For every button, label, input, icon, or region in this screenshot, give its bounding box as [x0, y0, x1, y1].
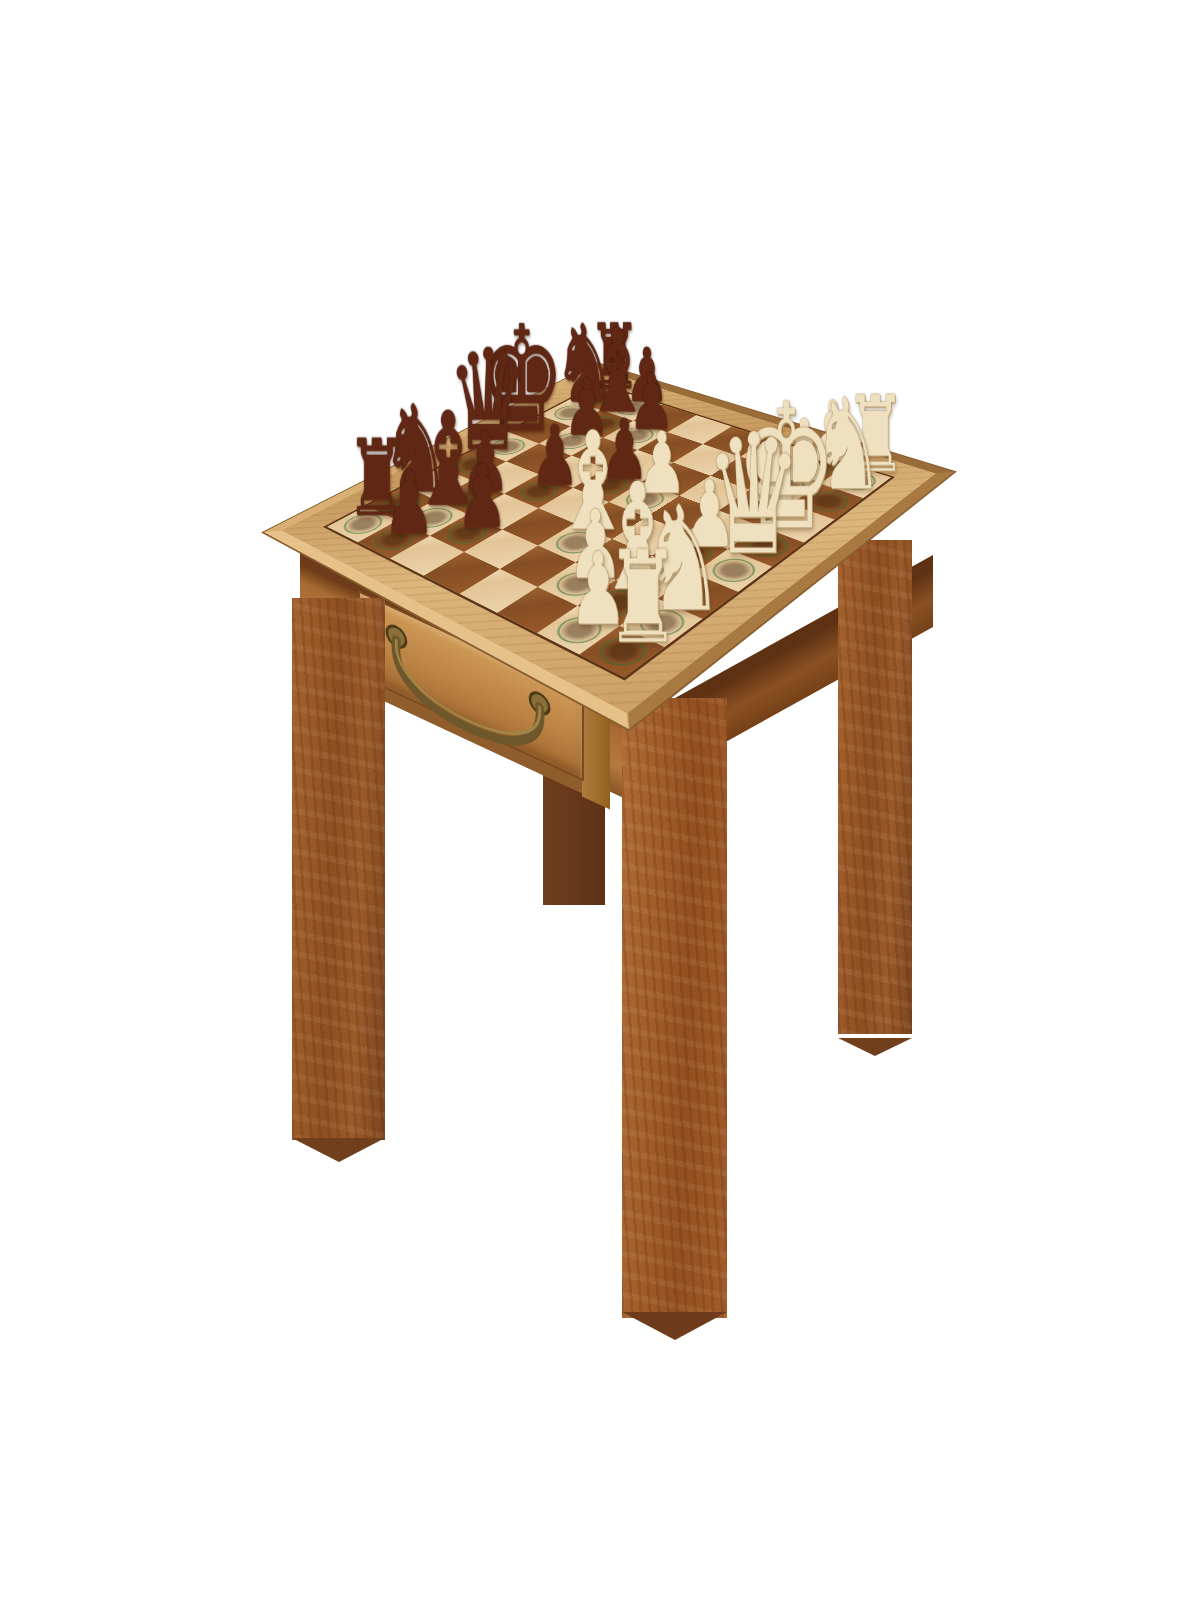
leg-foot [622, 1312, 727, 1340]
wood-grain [292, 598, 385, 1140]
black-pawn-b6: ♟ [456, 453, 508, 540]
table-leg-right [838, 540, 912, 1034]
wood-grain [838, 540, 912, 1034]
leg-foot [292, 1138, 385, 1162]
wood-grain [622, 698, 727, 1318]
chess-table-photo: ♜♞♛♚♞♜♟♝♟♟♝♟♟♟♟♟♝♟♟♟♝♟♟♟♟♜♞♛♚♞♜ [0, 0, 1200, 1600]
table-leg-left [292, 598, 385, 1140]
table-leg-near [622, 698, 727, 1318]
black-pawn-a7: ♟ [383, 459, 435, 546]
white-rook-a1: ♜ [605, 534, 680, 661]
leg-foot [838, 1038, 912, 1056]
